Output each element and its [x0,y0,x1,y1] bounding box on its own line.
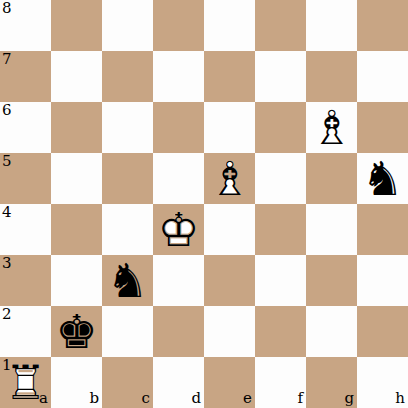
square-d6[interactable] [153,102,204,153]
piece-black-knight[interactable]: ♞ [102,255,153,306]
file-label-c: c [137,390,150,407]
square-c4[interactable] [102,204,153,255]
file-label-f: f [290,390,303,407]
square-e7[interactable] [204,51,255,102]
square-b5[interactable] [51,153,102,204]
square-f6[interactable] [255,102,306,153]
rank-label-5: 5 [2,153,12,170]
square-h4[interactable] [357,204,408,255]
black-king-glyph: ♚ [51,306,102,357]
square-g6[interactable]: ♝♗ [306,102,357,153]
square-g8[interactable] [306,0,357,51]
piece-white-bishop[interactable]: ♝♗ [204,153,255,204]
square-h5[interactable]: ♞ [357,153,408,204]
square-h7[interactable] [357,51,408,102]
square-b2[interactable]: ♚ [51,306,102,357]
white-king-outline-glyph: ♔ [153,204,204,255]
file-label-h: h [392,390,405,407]
square-g7[interactable] [306,51,357,102]
white-bishop-fill-glyph: ♝ [204,153,255,204]
square-h8[interactable] [357,0,408,51]
square-e4[interactable] [204,204,255,255]
file-label-a: a [35,390,48,407]
square-h6[interactable] [357,102,408,153]
square-b4[interactable] [51,204,102,255]
rank-label-8: 8 [2,0,12,17]
chess-board-grid: ♝♗♝♗♞♚♔♞♚♜♖ [0,0,408,408]
file-label-d: d [188,390,201,407]
square-f7[interactable] [255,51,306,102]
square-f8[interactable] [255,0,306,51]
square-d5[interactable] [153,153,204,204]
square-h3[interactable] [357,255,408,306]
file-label-b: b [86,390,99,407]
square-h2[interactable] [357,306,408,357]
square-c7[interactable] [102,51,153,102]
square-f5[interactable] [255,153,306,204]
piece-black-king[interactable]: ♚ [51,306,102,357]
black-knight-glyph: ♞ [102,255,153,306]
square-g5[interactable] [306,153,357,204]
white-bishop-outline-glyph: ♗ [306,102,357,153]
square-c3[interactable]: ♞ [102,255,153,306]
square-d7[interactable] [153,51,204,102]
square-c5[interactable] [102,153,153,204]
square-f2[interactable] [255,306,306,357]
square-e5[interactable]: ♝♗ [204,153,255,204]
square-c2[interactable] [102,306,153,357]
square-c8[interactable] [102,0,153,51]
square-b8[interactable] [51,0,102,51]
rank-label-2: 2 [2,306,12,323]
square-e8[interactable] [204,0,255,51]
piece-white-bishop[interactable]: ♝♗ [306,102,357,153]
white-king-fill-glyph: ♚ [153,204,204,255]
rank-label-4: 4 [2,204,12,221]
square-d3[interactable] [153,255,204,306]
square-d2[interactable] [153,306,204,357]
square-f3[interactable] [255,255,306,306]
rank-label-3: 3 [2,255,12,272]
square-e3[interactable] [204,255,255,306]
piece-white-king[interactable]: ♚♔ [153,204,204,255]
square-e6[interactable] [204,102,255,153]
square-b6[interactable] [51,102,102,153]
black-knight-glyph: ♞ [357,153,408,204]
square-g2[interactable] [306,306,357,357]
file-label-e: e [239,390,252,407]
rank-label-7: 7 [2,51,12,68]
square-g3[interactable] [306,255,357,306]
rank-label-1: 1 [2,357,12,374]
square-b7[interactable] [51,51,102,102]
square-f4[interactable] [255,204,306,255]
square-d4[interactable]: ♚♔ [153,204,204,255]
rank-label-6: 6 [2,102,12,119]
square-b3[interactable] [51,255,102,306]
file-label-g: g [341,390,354,407]
white-bishop-fill-glyph: ♝ [306,102,357,153]
chess-board: ♝♗♝♗♞♚♔♞♚♜♖ 87654321abcdefgh [0,0,408,408]
square-e2[interactable] [204,306,255,357]
piece-black-knight[interactable]: ♞ [357,153,408,204]
square-g4[interactable] [306,204,357,255]
square-c6[interactable] [102,102,153,153]
square-d8[interactable] [153,0,204,51]
white-bishop-outline-glyph: ♗ [204,153,255,204]
